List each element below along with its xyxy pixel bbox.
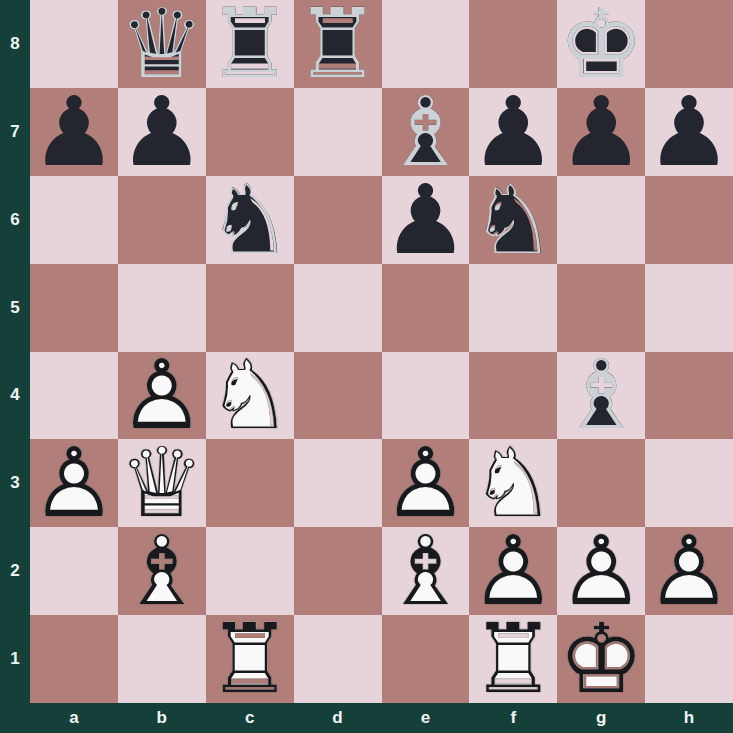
square-c1[interactable]: ♜♖: [206, 615, 294, 703]
square-g1[interactable]: ♚♔: [557, 615, 645, 703]
square-a3[interactable]: ♟♙: [30, 439, 118, 527]
piece-white-bishop[interactable]: ♝♗: [118, 527, 206, 615]
square-h3[interactable]: [645, 439, 733, 527]
square-b7[interactable]: ♟: [118, 88, 206, 176]
square-h8[interactable]: [645, 0, 733, 88]
square-b4[interactable]: ♟♙: [118, 352, 206, 440]
square-e6[interactable]: ♟: [382, 176, 470, 264]
square-a8[interactable]: [30, 0, 118, 88]
square-c3[interactable]: [206, 439, 294, 527]
file-label-g: g: [557, 703, 645, 733]
square-h5[interactable]: [645, 264, 733, 352]
piece-black-knight[interactable]: ♞♘: [206, 176, 294, 264]
square-f8[interactable]: [469, 0, 557, 88]
square-f5[interactable]: [469, 264, 557, 352]
rank-label-6: 6: [0, 176, 30, 264]
square-b2[interactable]: ♝♗: [118, 527, 206, 615]
square-d2[interactable]: [294, 527, 382, 615]
square-a2[interactable]: [30, 527, 118, 615]
rank-label-1: 1: [0, 615, 30, 703]
file-label-f: f: [469, 703, 557, 733]
piece-black-pawn[interactable]: ♟: [382, 176, 470, 264]
square-f2[interactable]: ♟♙: [469, 527, 557, 615]
square-a6[interactable]: [30, 176, 118, 264]
square-h7[interactable]: ♟: [645, 88, 733, 176]
chess-board[interactable]: ♛♕♜♖♜♖♚♔♟♟♝♗♟♟♟♞♘♟♞♘♟♙♞♘♝♗♟♙♛♕♟♙♞♘♝♗♝♗♟♙…: [30, 0, 733, 703]
square-b8[interactable]: ♛♕: [118, 0, 206, 88]
chess-board-frame: 87654321 ♛♕♜♖♜♖♚♔♟♟♝♗♟♟♟♞♘♟♞♘♟♙♞♘♝♗♟♙♛♕♟…: [0, 0, 733, 733]
piece-white-king[interactable]: ♚♔: [557, 615, 645, 703]
piece-white-knight[interactable]: ♞♘: [469, 439, 557, 527]
square-c7[interactable]: [206, 88, 294, 176]
square-b1[interactable]: [118, 615, 206, 703]
piece-black-queen[interactable]: ♛♕: [118, 0, 206, 88]
square-e5[interactable]: [382, 264, 470, 352]
file-labels: abcdefgh: [30, 703, 733, 733]
square-g8[interactable]: ♚♔: [557, 0, 645, 88]
rank-label-8: 8: [0, 0, 30, 88]
file-label-a: a: [30, 703, 118, 733]
square-e4[interactable]: [382, 352, 470, 440]
piece-white-knight[interactable]: ♞♘: [206, 352, 294, 440]
square-d3[interactable]: [294, 439, 382, 527]
square-a7[interactable]: ♟: [30, 88, 118, 176]
square-d5[interactable]: [294, 264, 382, 352]
rank-label-4: 4: [0, 352, 30, 440]
piece-white-pawn[interactable]: ♟♙: [118, 352, 206, 440]
file-label-h: h: [645, 703, 733, 733]
square-e7[interactable]: ♝♗: [382, 88, 470, 176]
piece-white-rook[interactable]: ♜♖: [206, 615, 294, 703]
square-a4[interactable]: [30, 352, 118, 440]
square-f7[interactable]: ♟: [469, 88, 557, 176]
rank-label-5: 5: [0, 264, 30, 352]
square-g6[interactable]: [557, 176, 645, 264]
rank-labels: 87654321: [0, 0, 30, 703]
piece-black-rook[interactable]: ♜♖: [294, 0, 382, 88]
piece-black-pawn[interactable]: ♟: [469, 88, 557, 176]
piece-white-pawn[interactable]: ♟♙: [557, 527, 645, 615]
square-f3[interactable]: ♞♘: [469, 439, 557, 527]
square-g5[interactable]: [557, 264, 645, 352]
square-d1[interactable]: [294, 615, 382, 703]
square-c5[interactable]: [206, 264, 294, 352]
piece-black-bishop[interactable]: ♝♗: [557, 352, 645, 440]
piece-black-pawn[interactable]: ♟: [557, 88, 645, 176]
piece-white-pawn[interactable]: ♟♙: [382, 439, 470, 527]
file-label-c: c: [206, 703, 294, 733]
piece-white-queen[interactable]: ♛♕: [118, 439, 206, 527]
rank-label-7: 7: [0, 88, 30, 176]
piece-white-rook[interactable]: ♜♖: [469, 615, 557, 703]
piece-white-bishop[interactable]: ♝♗: [382, 527, 470, 615]
square-d7[interactable]: [294, 88, 382, 176]
square-h4[interactable]: [645, 352, 733, 440]
square-g7[interactable]: ♟: [557, 88, 645, 176]
square-c6[interactable]: ♞♘: [206, 176, 294, 264]
square-f4[interactable]: [469, 352, 557, 440]
square-h1[interactable]: [645, 615, 733, 703]
rank-label-3: 3: [0, 439, 30, 527]
square-g4[interactable]: ♝♗: [557, 352, 645, 440]
square-f6[interactable]: ♞♘: [469, 176, 557, 264]
square-b5[interactable]: [118, 264, 206, 352]
square-d4[interactable]: [294, 352, 382, 440]
piece-black-knight[interactable]: ♞♘: [469, 176, 557, 264]
piece-black-pawn[interactable]: ♟: [645, 88, 733, 176]
square-f1[interactable]: ♜♖: [469, 615, 557, 703]
frame-corner: [0, 703, 30, 733]
square-c2[interactable]: [206, 527, 294, 615]
square-e3[interactable]: ♟♙: [382, 439, 470, 527]
square-c8[interactable]: ♜♖: [206, 0, 294, 88]
square-d6[interactable]: [294, 176, 382, 264]
rank-label-2: 2: [0, 527, 30, 615]
square-a1[interactable]: [30, 615, 118, 703]
square-h2[interactable]: ♟♙: [645, 527, 733, 615]
square-e8[interactable]: [382, 0, 470, 88]
square-g3[interactable]: [557, 439, 645, 527]
file-label-e: e: [382, 703, 470, 733]
file-label-b: b: [118, 703, 206, 733]
piece-black-bishop[interactable]: ♝♗: [382, 88, 470, 176]
square-e2[interactable]: ♝♗: [382, 527, 470, 615]
square-d8[interactable]: ♜♖: [294, 0, 382, 88]
square-h6[interactable]: [645, 176, 733, 264]
square-a5[interactable]: [30, 264, 118, 352]
square-g2[interactable]: ♟♙: [557, 527, 645, 615]
piece-black-pawn[interactable]: ♟: [30, 88, 118, 176]
piece-black-pawn[interactable]: ♟: [118, 88, 206, 176]
piece-white-pawn[interactable]: ♟♙: [645, 527, 733, 615]
piece-white-pawn[interactable]: ♟♙: [469, 527, 557, 615]
square-b3[interactable]: ♛♕: [118, 439, 206, 527]
piece-black-king[interactable]: ♚♔: [557, 0, 645, 88]
piece-white-pawn[interactable]: ♟♙: [30, 439, 118, 527]
square-c4[interactable]: ♞♘: [206, 352, 294, 440]
square-b6[interactable]: [118, 176, 206, 264]
file-label-d: d: [294, 703, 382, 733]
piece-black-rook[interactable]: ♜♖: [206, 0, 294, 88]
square-e1[interactable]: [382, 615, 470, 703]
